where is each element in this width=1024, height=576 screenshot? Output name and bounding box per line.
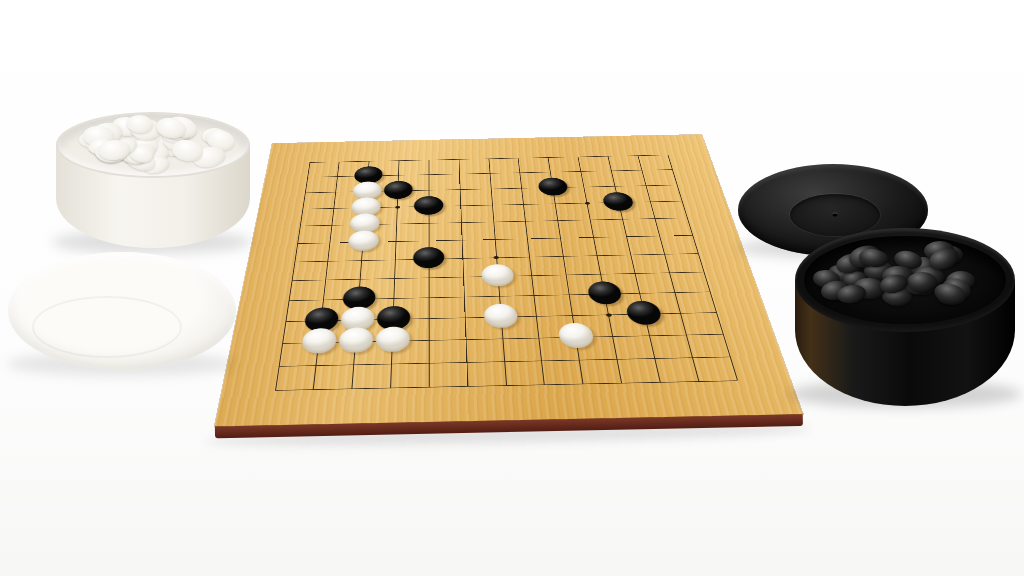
- white-bowl-lid: [8, 252, 236, 370]
- black-bowl-stones: [805, 240, 1005, 318]
- star-point: [395, 206, 400, 209]
- star-point: [605, 313, 611, 316]
- white-stone: [347, 230, 379, 251]
- white-stone: [481, 264, 515, 287]
- grid-line-vertical: [428, 160, 429, 387]
- black-stone: [383, 181, 412, 199]
- black-stone: [625, 300, 664, 324]
- star-point: [494, 256, 499, 259]
- black-lid-center-dot: [833, 214, 838, 217]
- grid-line-vertical: [637, 155, 699, 381]
- black-stone: [586, 281, 623, 304]
- grid-line-vertical: [458, 159, 468, 386]
- black-bowl-rim: [795, 228, 1015, 332]
- black-bowl: [795, 228, 1015, 406]
- white-stone: [483, 303, 518, 328]
- black-pebble: [907, 272, 937, 292]
- white-stone: [300, 328, 337, 354]
- star-point: [584, 202, 589, 205]
- go-board: [215, 134, 803, 426]
- black-stone: [602, 192, 636, 211]
- grid-line-vertical: [313, 162, 340, 390]
- black-stone: [537, 177, 568, 195]
- white-lid-inner-ring: [32, 296, 182, 358]
- white-stone: [557, 323, 595, 349]
- grid-line-vertical: [667, 155, 737, 381]
- white-bowl-rim: [56, 112, 250, 178]
- white-stone: [375, 327, 410, 353]
- scene: [0, 0, 1024, 576]
- white-bowl-stones: [70, 120, 240, 174]
- grid-line-vertical: [275, 162, 310, 390]
- white-bowl: [56, 112, 250, 248]
- white-stone: [338, 327, 374, 353]
- black-stone: [413, 247, 445, 269]
- black-stone: [414, 196, 444, 215]
